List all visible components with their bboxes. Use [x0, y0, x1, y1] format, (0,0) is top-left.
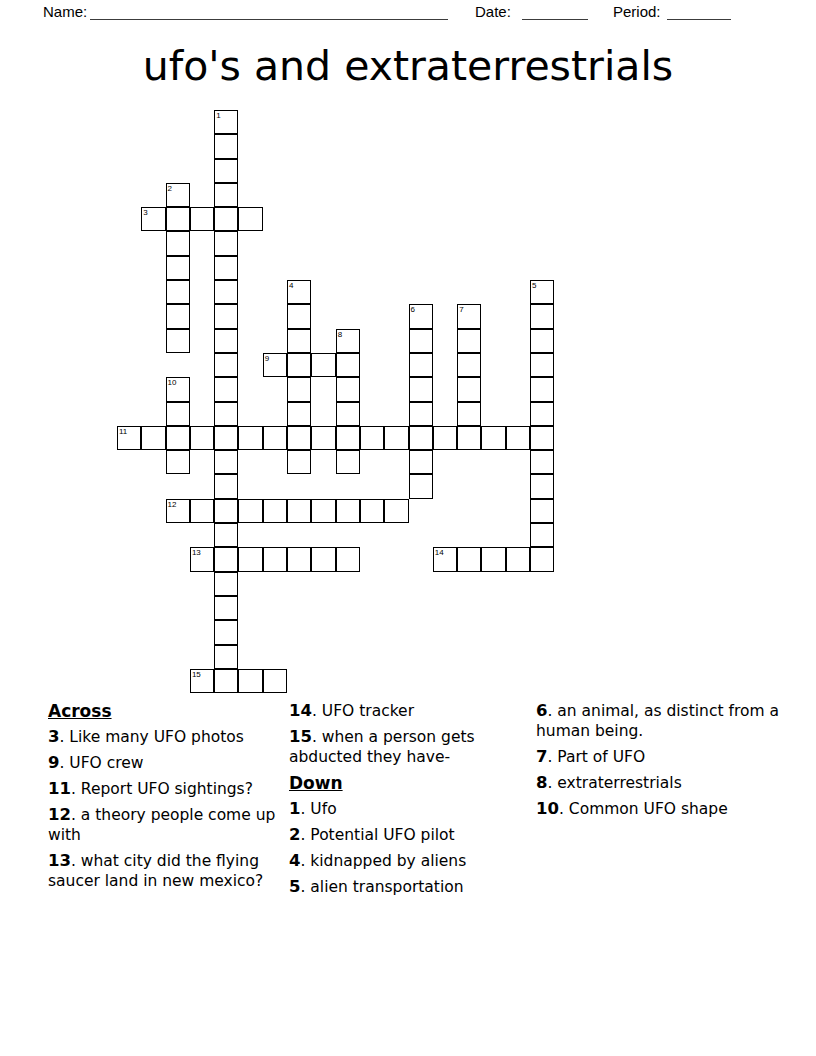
cell-r18-c13[interactable]: 14 [433, 547, 457, 571]
cell-r18-c16[interactable] [506, 547, 530, 571]
clue-across-9-number: 9 [48, 753, 59, 772]
cell-r15-c4[interactable] [214, 474, 238, 498]
clue-across-14-text: . UFO tracker [312, 702, 414, 720]
clue-number-10: 10 [168, 378, 177, 387]
cell-r12-c14[interactable] [457, 402, 481, 426]
clue-number-6: 6 [411, 305, 415, 314]
clue-down-5-number: 5 [289, 877, 300, 896]
clue-down-2: 2. Potential UFO pilot [289, 825, 519, 845]
cell-r7-c17[interactable]: 5 [530, 280, 554, 304]
cell-r10-c7[interactable] [287, 353, 311, 377]
cell-r8-c12[interactable]: 6 [409, 304, 433, 328]
cell-r17-c4[interactable] [214, 523, 238, 547]
clue-number-12: 12 [168, 500, 177, 509]
cell-r4-c2[interactable] [166, 207, 190, 231]
cell-r5-c4[interactable] [214, 231, 238, 255]
clue-down-4-number: 4 [289, 851, 300, 870]
clue-column-1: Across3. Like many UFO photos9. UFO crew… [48, 701, 290, 897]
cell-r13-c2[interactable] [166, 426, 190, 450]
period-label: Period: [613, 3, 661, 20]
cell-r4-c5[interactable] [238, 207, 262, 231]
cell-r13-c1[interactable] [141, 426, 165, 450]
clue-column-2: 14. UFO tracker15. when a person gets ab… [289, 701, 519, 903]
clue-across-11-text: . Report UFO sightings? [71, 780, 253, 798]
cell-r13-c11[interactable] [384, 426, 408, 450]
cell-r7-c2[interactable] [166, 280, 190, 304]
cell-r13-c14[interactable] [457, 426, 481, 450]
cell-r6-c4[interactable] [214, 256, 238, 280]
crossword-grid: 123456789101112131415 [117, 110, 554, 693]
cell-r3-c4[interactable] [214, 183, 238, 207]
clue-number-8: 8 [338, 330, 342, 339]
cell-r13-c7[interactable] [287, 426, 311, 450]
cell-r9-c2[interactable] [166, 329, 190, 353]
cell-r3-c2[interactable]: 2 [166, 183, 190, 207]
cell-r5-c2[interactable] [166, 231, 190, 255]
cell-r14-c2[interactable] [166, 450, 190, 474]
clue-down-10-text: . Common UFO shape [559, 800, 728, 818]
cell-r16-c5[interactable] [238, 499, 262, 523]
cell-r13-c4[interactable] [214, 426, 238, 450]
cell-r10-c6[interactable]: 9 [263, 353, 287, 377]
cell-r12-c9[interactable] [336, 402, 360, 426]
clue-across-12-text: . a theory people come up with [48, 806, 275, 844]
clue-number-11: 11 [119, 427, 127, 436]
cell-r15-c12[interactable] [409, 474, 433, 498]
cell-r11-c17[interactable] [530, 377, 554, 401]
cell-r23-c3[interactable]: 15 [190, 669, 214, 693]
clue-down-6-number: 6 [536, 701, 547, 720]
clue-down-1-number: 1 [289, 799, 300, 818]
period-blank-line[interactable] [667, 2, 731, 20]
clue-across-11-number: 11 [48, 779, 71, 798]
clue-across-3-number: 3 [48, 727, 59, 746]
cell-r2-c4[interactable] [214, 159, 238, 183]
cell-r9-c12[interactable] [409, 329, 433, 353]
cell-r13-c8[interactable] [311, 426, 335, 450]
clue-across-15: 15. when a person gets abducted they hav… [289, 727, 519, 767]
clue-down-6-text: . an animal, as distinct from a human be… [536, 702, 779, 740]
cell-r18-c8[interactable] [311, 547, 335, 571]
cell-r8-c7[interactable] [287, 304, 311, 328]
cell-r10-c4[interactable] [214, 353, 238, 377]
name-blank-line[interactable] [90, 2, 448, 20]
cell-r18-c17[interactable] [530, 547, 554, 571]
worksheet-page: Name: Date: Period: ufo's and extraterre… [0, 0, 816, 1056]
cell-r16-c4[interactable] [214, 499, 238, 523]
cell-r14-c9[interactable] [336, 450, 360, 474]
cell-r21-c4[interactable] [214, 620, 238, 644]
cell-r9-c9[interactable]: 8 [336, 329, 360, 353]
clue-number-15: 15 [192, 670, 201, 679]
cell-r13-c17[interactable] [530, 426, 554, 450]
clue-down-10: 10. Common UFO shape [536, 799, 784, 819]
clue-across-14-number: 14 [289, 701, 312, 720]
cell-r16-c10[interactable] [360, 499, 384, 523]
clue-across-15-number: 15 [289, 727, 312, 746]
cell-r13-c12[interactable] [409, 426, 433, 450]
name-label: Name: [43, 3, 87, 20]
cell-r9-c17[interactable] [530, 329, 554, 353]
cell-r10-c9[interactable] [336, 353, 360, 377]
cell-r6-c2[interactable] [166, 256, 190, 280]
clue-down-8-number: 8 [536, 773, 547, 792]
cell-r4-c3[interactable] [190, 207, 214, 231]
clue-down-8: 8. extraterrestrials [536, 773, 784, 793]
cell-r8-c2[interactable] [166, 304, 190, 328]
cell-r18-c4[interactable] [214, 547, 238, 571]
cell-r14-c7[interactable] [287, 450, 311, 474]
cell-r13-c3[interactable] [190, 426, 214, 450]
across-heading: Across [48, 701, 290, 722]
cell-r7-c4[interactable] [214, 280, 238, 304]
cell-r19-c4[interactable] [214, 572, 238, 596]
clue-across-9-text: . UFO crew [59, 754, 143, 772]
cell-r13-c5[interactable] [238, 426, 262, 450]
cell-r13-c16[interactable] [506, 426, 530, 450]
cell-r20-c4[interactable] [214, 596, 238, 620]
clue-down-7-text: . Part of UFO [547, 748, 645, 766]
cell-r9-c4[interactable] [214, 329, 238, 353]
clue-down-7: 7. Part of UFO [536, 747, 784, 767]
clue-number-5: 5 [532, 281, 536, 290]
cell-r18-c15[interactable] [481, 547, 505, 571]
cell-r16-c9[interactable] [336, 499, 360, 523]
cell-r11-c2[interactable]: 10 [166, 377, 190, 401]
cell-r10-c14[interactable] [457, 353, 481, 377]
date-blank-line[interactable] [522, 2, 588, 20]
cell-r11-c7[interactable] [287, 377, 311, 401]
cell-r0-c4[interactable]: 1 [214, 110, 238, 134]
date-label: Date: [475, 3, 511, 20]
clue-number-2: 2 [168, 184, 172, 193]
cell-r11-c4[interactable] [214, 377, 238, 401]
cell-r18-c5[interactable] [238, 547, 262, 571]
cell-r8-c14[interactable]: 7 [457, 304, 481, 328]
clue-across-3: 3. Like many UFO photos [48, 727, 290, 747]
cell-r7-c7[interactable]: 4 [287, 280, 311, 304]
cell-r23-c4[interactable] [214, 669, 238, 693]
clue-across-12-number: 12 [48, 805, 71, 824]
clue-number-7: 7 [459, 305, 463, 314]
cell-r13-c9[interactable] [336, 426, 360, 450]
cell-r22-c4[interactable] [214, 645, 238, 669]
clue-down-10-number: 10 [536, 799, 559, 818]
clue-column-3: 6. an animal, as distinct from a human b… [536, 701, 784, 825]
cell-r23-c5[interactable] [238, 669, 262, 693]
clue-across-11: 11. Report UFO sightings? [48, 779, 290, 799]
clue-down-5-text: . alien transportation [300, 878, 463, 896]
cell-r8-c17[interactable] [530, 304, 554, 328]
cell-r10-c17[interactable] [530, 353, 554, 377]
cell-r4-c1[interactable]: 3 [141, 207, 165, 231]
clue-down-8-text: . extraterrestrials [547, 774, 681, 792]
cell-r12-c12[interactable] [409, 402, 433, 426]
clue-across-13-number: 13 [48, 851, 71, 870]
cell-r16-c2[interactable]: 12 [166, 499, 190, 523]
clue-number-14: 14 [435, 548, 444, 557]
cell-r14-c17[interactable] [530, 450, 554, 474]
clue-across-15-text: . when a person gets abducted they have- [289, 728, 475, 766]
cell-r10-c12[interactable] [409, 353, 433, 377]
cell-r16-c11[interactable] [384, 499, 408, 523]
cell-r11-c14[interactable] [457, 377, 481, 401]
cell-r10-c8[interactable] [311, 353, 335, 377]
clue-down-2-number: 2 [289, 825, 300, 844]
cell-r13-c6[interactable] [263, 426, 287, 450]
clue-across-3-text: . Like many UFO photos [59, 728, 243, 746]
cell-r14-c4[interactable] [214, 450, 238, 474]
header-line: Name: Date: Period: [0, 0, 816, 26]
clue-number-1: 1 [216, 111, 220, 120]
cell-r16-c8[interactable] [311, 499, 335, 523]
clue-down-4-text: . kidnapped by aliens [300, 852, 466, 870]
cell-r12-c7[interactable] [287, 402, 311, 426]
clue-down-1-text: . Ufo [300, 800, 336, 818]
clue-down-7-number: 7 [536, 747, 547, 766]
clue-across-12: 12. a theory people come up with [48, 805, 290, 845]
cell-r12-c4[interactable] [214, 402, 238, 426]
cell-r15-c17[interactable] [530, 474, 554, 498]
cell-r23-c6[interactable] [263, 669, 287, 693]
cell-r18-c7[interactable] [287, 547, 311, 571]
clue-across-14: 14. UFO tracker [289, 701, 519, 721]
cell-r16-c17[interactable] [530, 499, 554, 523]
cell-r8-c4[interactable] [214, 304, 238, 328]
clue-across-13: 13. what city did the flying saucer land… [48, 851, 290, 891]
cell-r13-c10[interactable] [360, 426, 384, 450]
clue-down-4: 4. kidnapped by aliens [289, 851, 519, 871]
cell-r11-c12[interactable] [409, 377, 433, 401]
cell-r9-c14[interactable] [457, 329, 481, 353]
clue-down-6: 6. an animal, as distinct from a human b… [536, 701, 784, 741]
cell-r11-c9[interactable] [336, 377, 360, 401]
cell-r13-c15[interactable] [481, 426, 505, 450]
cell-r13-c13[interactable] [433, 426, 457, 450]
clue-down-2-text: . Potential UFO pilot [300, 826, 454, 844]
cell-r18-c3[interactable]: 13 [190, 547, 214, 571]
clue-number-4: 4 [289, 281, 293, 290]
down-heading: Down [289, 773, 519, 794]
clue-number-9: 9 [265, 354, 269, 363]
puzzle-title: ufo's and extraterrestrials [0, 42, 816, 90]
cell-r1-c4[interactable] [214, 134, 238, 158]
clue-across-9: 9. UFO crew [48, 753, 290, 773]
cell-r13-c0[interactable]: 11 [117, 426, 141, 450]
clue-across-13-text: . what city did the flying saucer land i… [48, 852, 263, 890]
clue-down-5: 5. alien transportation [289, 877, 519, 897]
cell-r18-c14[interactable] [457, 547, 481, 571]
cell-r16-c7[interactable] [287, 499, 311, 523]
cell-r16-c6[interactable] [263, 499, 287, 523]
cell-r18-c9[interactable] [336, 547, 360, 571]
clue-down-1: 1. Ufo [289, 799, 519, 819]
cell-r14-c12[interactable] [409, 450, 433, 474]
clue-number-3: 3 [143, 208, 147, 217]
cell-r12-c2[interactable] [166, 402, 190, 426]
cell-r18-c6[interactable] [263, 547, 287, 571]
cell-r16-c3[interactable] [190, 499, 214, 523]
cell-r9-c7[interactable] [287, 329, 311, 353]
cell-r4-c4[interactable] [214, 207, 238, 231]
cell-r12-c17[interactable] [530, 402, 554, 426]
clue-number-13: 13 [192, 548, 201, 557]
cell-r17-c17[interactable] [530, 523, 554, 547]
